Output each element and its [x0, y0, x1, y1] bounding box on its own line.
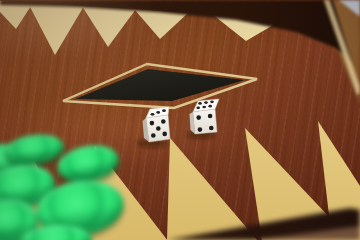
- right-die-front-face: [193, 109, 217, 134]
- backgammon-board-photo: [0, 0, 360, 240]
- left-die[interactable]: [143, 107, 171, 142]
- right-die[interactable]: [190, 99, 220, 134]
